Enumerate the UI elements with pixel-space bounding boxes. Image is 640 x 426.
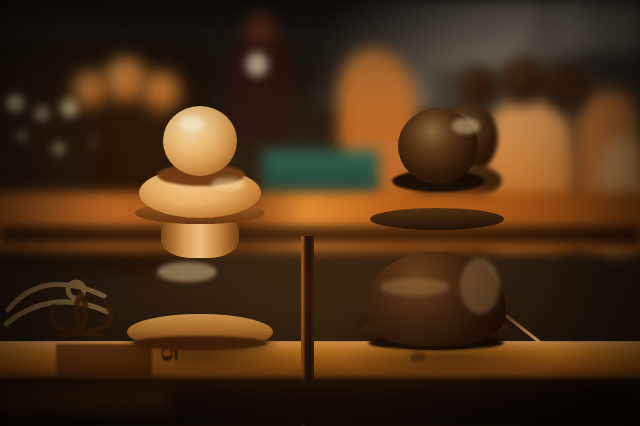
chess-photo-scene: 5 4 (0, 0, 640, 426)
board-far-shadow (0, 226, 640, 244)
white-pawn-specular (179, 116, 205, 132)
black-queen-coronet-ball (72, 70, 108, 108)
bokeh-highlight (34, 106, 49, 121)
black-king-highlight (246, 52, 268, 76)
background-light-streak-2 (555, 0, 640, 52)
rank-label-4: 4 (407, 348, 428, 363)
bokeh-highlight (6, 94, 24, 112)
black-pawn-base-gloss (380, 278, 450, 296)
white-pawn-head (163, 106, 237, 176)
white-queen-coronet-ball (500, 56, 546, 104)
white-piece-dark-finial (556, 74, 590, 110)
black-pawn-specular (452, 118, 480, 134)
black-king-finial (244, 12, 276, 44)
white-pawn-body-highlight (157, 262, 217, 282)
black-pawn-body-gloss (460, 258, 500, 314)
chess-board (0, 244, 640, 344)
foreground-reflection (0, 384, 170, 414)
fleur-de-lis-engraving (34, 292, 128, 346)
white-pawn-collar-highlight (211, 178, 245, 190)
bokeh-highlight (16, 130, 28, 142)
bokeh-highlight (52, 142, 65, 155)
black-pawn[interactable] (360, 108, 510, 350)
white-pawn[interactable] (127, 104, 273, 350)
